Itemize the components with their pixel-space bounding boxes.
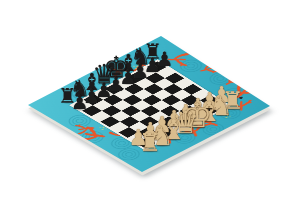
chess-set-photo: ♜♞♝♛♚♝♞♜♟♟♟♟♟♟♟♟♟♟♟♟♟♟♟♟♜♞♝♛♚♝♞♜: [0, 0, 300, 201]
pieces-layer: ♜♞♝♛♚♝♞♜♟♟♟♟♟♟♟♟♟♟♟♟♟♟♟♟♜♞♝♛♚♝♞♜: [0, 0, 300, 201]
chess-piece-white-r-a1[interactable]: ♜: [139, 131, 161, 155]
chess-piece-black-p-a7[interactable]: ♟: [71, 93, 89, 113]
